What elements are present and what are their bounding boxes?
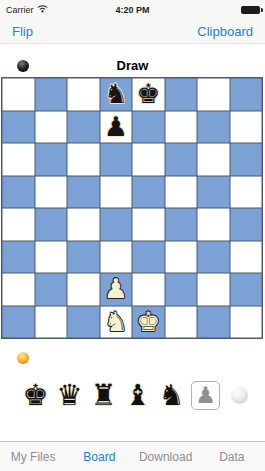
square-b6[interactable] <box>35 143 68 176</box>
square-d6[interactable] <box>100 143 133 176</box>
palette-black-bishop-icon: ♝ <box>125 381 151 410</box>
palette-black-king-icon: ♚ <box>23 381 49 410</box>
square-d7[interactable]: ♟ <box>100 111 133 144</box>
square-h4[interactable] <box>230 208 263 241</box>
tab-download[interactable]: Download <box>133 442 199 471</box>
square-a8[interactable] <box>2 78 35 111</box>
square-e2[interactable] <box>132 273 165 306</box>
black-king: ♚ <box>136 78 160 110</box>
square-d2[interactable]: ♟ <box>100 273 133 306</box>
chess-board: ♞♚♟♟♞♚ <box>1 77 263 339</box>
square-g7[interactable] <box>197 111 230 144</box>
square-a3[interactable] <box>2 241 35 274</box>
square-h8[interactable] <box>230 78 263 111</box>
square-b2[interactable] <box>35 273 68 306</box>
square-b7[interactable] <box>35 111 68 144</box>
tab-bar: My FilesBoardDownloadData <box>0 441 265 471</box>
selected-piece-box: ♟ <box>191 381 220 410</box>
battery-icon <box>241 6 260 14</box>
square-f5[interactable] <box>165 176 198 209</box>
result-label: Draw <box>0 58 265 73</box>
square-e1[interactable]: ♚ <box>132 306 165 339</box>
square-e8[interactable]: ♚ <box>132 78 165 111</box>
square-e6[interactable] <box>132 143 165 176</box>
clock-label: 4:20 PM <box>0 0 265 19</box>
square-e7[interactable] <box>132 111 165 144</box>
square-c6[interactable] <box>67 143 100 176</box>
square-h5[interactable] <box>230 176 263 209</box>
nav-bar: Flip Clipboard <box>0 19 265 44</box>
square-c5[interactable] <box>67 176 100 209</box>
square-d3[interactable] <box>100 241 133 274</box>
palette-white-ball[interactable] <box>225 378 254 412</box>
square-h3[interactable] <box>230 241 263 274</box>
square-d1[interactable]: ♞ <box>100 306 133 339</box>
tab-data[interactable]: Data <box>199 442 265 471</box>
square-a5[interactable] <box>2 176 35 209</box>
tab-my-files[interactable]: My Files <box>0 442 66 471</box>
square-a1[interactable] <box>2 306 35 339</box>
white-ball-icon <box>231 387 248 404</box>
square-f1[interactable] <box>165 306 198 339</box>
square-g4[interactable] <box>197 208 230 241</box>
palette-black-knight[interactable]: ♞ <box>157 378 186 412</box>
square-d8[interactable]: ♞ <box>100 78 133 111</box>
square-b1[interactable] <box>35 306 68 339</box>
palette-black-queen-icon: ♛ <box>57 381 83 410</box>
square-g3[interactable] <box>197 241 230 274</box>
square-b3[interactable] <box>35 241 68 274</box>
piece-palette: ♚♛♜♝♞♟ <box>0 376 265 414</box>
square-e3[interactable] <box>132 241 165 274</box>
white-knight: ♞ <box>104 306 128 338</box>
square-b4[interactable] <box>35 208 68 241</box>
square-c3[interactable] <box>67 241 100 274</box>
square-g5[interactable] <box>197 176 230 209</box>
square-g8[interactable] <box>197 78 230 111</box>
square-a6[interactable] <box>2 143 35 176</box>
square-c4[interactable] <box>67 208 100 241</box>
square-g2[interactable] <box>197 273 230 306</box>
palette-pawn-selected[interactable]: ♟ <box>191 378 220 412</box>
white-pawn: ♟ <box>104 273 128 305</box>
black-knight: ♞ <box>104 78 128 110</box>
palette-black-bishop[interactable]: ♝ <box>123 378 152 412</box>
square-f8[interactable] <box>165 78 198 111</box>
square-a4[interactable] <box>2 208 35 241</box>
flip-button[interactable]: Flip <box>12 24 33 39</box>
square-c8[interactable] <box>67 78 100 111</box>
square-h7[interactable] <box>230 111 263 144</box>
square-c2[interactable] <box>67 273 100 306</box>
gray-pawn-icon: ♟ <box>195 384 216 407</box>
black-pawn: ♟ <box>104 111 128 143</box>
square-d5[interactable] <box>100 176 133 209</box>
square-f3[interactable] <box>165 241 198 274</box>
gold-ball[interactable] <box>17 352 29 364</box>
clipboard-button[interactable]: Clipboard <box>197 24 253 39</box>
square-e4[interactable] <box>132 208 165 241</box>
tab-board[interactable]: Board <box>66 442 132 471</box>
palette-black-queen[interactable]: ♛ <box>55 378 84 412</box>
square-h6[interactable] <box>230 143 263 176</box>
palette-black-king[interactable]: ♚ <box>21 378 50 412</box>
square-h2[interactable] <box>230 273 263 306</box>
white-king: ♚ <box>136 306 160 338</box>
square-b8[interactable] <box>35 78 68 111</box>
palette-black-rook[interactable]: ♜ <box>89 378 118 412</box>
square-f7[interactable] <box>165 111 198 144</box>
square-h1[interactable] <box>230 306 263 339</box>
square-a2[interactable] <box>2 273 35 306</box>
palette-black-rook-icon: ♜ <box>91 381 117 410</box>
result-row: Draw <box>0 55 265 77</box>
square-e5[interactable] <box>132 176 165 209</box>
palette-black-knight-icon: ♞ <box>159 381 185 410</box>
status-bar: Carrier 4:20 PM <box>0 0 265 19</box>
square-c1[interactable] <box>67 306 100 339</box>
square-g1[interactable] <box>197 306 230 339</box>
square-c7[interactable] <box>67 111 100 144</box>
square-f2[interactable] <box>165 273 198 306</box>
square-d4[interactable] <box>100 208 133 241</box>
square-g6[interactable] <box>197 143 230 176</box>
square-a7[interactable] <box>2 111 35 144</box>
square-f6[interactable] <box>165 143 198 176</box>
square-b5[interactable] <box>35 176 68 209</box>
square-f4[interactable] <box>165 208 198 241</box>
